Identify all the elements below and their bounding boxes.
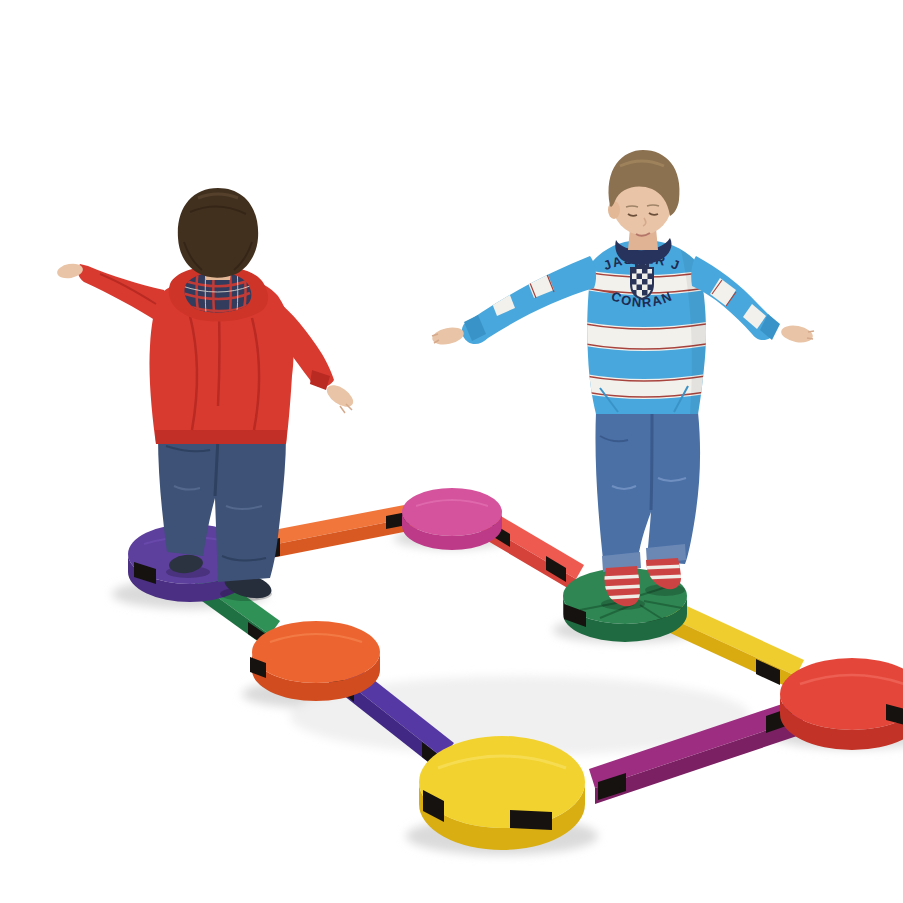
stepping-stone-pink [402,488,502,550]
product-photo: JASPER J CONRAN [40,16,903,903]
hair [178,188,258,278]
stepping-stone-red [780,658,903,750]
hand-left [431,325,466,347]
stepping-stone-yellow [419,736,585,850]
sleeve-left [56,262,166,322]
head-left-boy [178,188,258,280]
head-right-boy [608,150,680,250]
sleeve-right [691,256,814,345]
stepping-stone-orange [250,621,380,701]
velcro-patch [510,810,552,830]
hoodie-hem [155,430,287,444]
hand-right [780,323,814,344]
sleeve-left [431,256,596,347]
